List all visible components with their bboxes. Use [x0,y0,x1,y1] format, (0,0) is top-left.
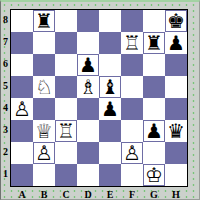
rank-label-7: 7 [1,31,10,53]
piece-black-queen[interactable]: ♛ [165,120,187,142]
square-g4[interactable] [143,98,165,120]
square-h8[interactable]: ♚ [165,10,187,32]
chessboard-frame: 87654321 ABCDEFGH ♜♚♖♜♟♟♘♗♝♙♟♕♖♟♛♙♙♔ [0,0,200,200]
square-g8[interactable] [143,10,165,32]
piece-white-king[interactable]: ♔ [143,164,165,186]
square-e1[interactable] [99,164,121,186]
square-b5[interactable]: ♘ [33,76,55,98]
piece-white-rook[interactable]: ♖ [121,32,143,54]
piece-white-bishop[interactable]: ♗ [77,76,99,98]
square-h3[interactable]: ♛ [165,120,187,142]
square-c2[interactable] [55,142,77,164]
square-b1[interactable] [33,164,55,186]
chess-board: ♜♚♖♜♟♟♘♗♝♙♟♕♖♟♛♙♙♔ [10,9,188,187]
rank-label-2: 2 [1,141,10,163]
square-e4[interactable]: ♟ [99,98,121,120]
file-label-g: G [143,189,165,200]
square-g3[interactable]: ♟ [143,120,165,142]
square-a1[interactable] [11,164,33,186]
square-g2[interactable] [143,142,165,164]
rank-label-4: 4 [1,97,10,119]
square-h4[interactable] [165,98,187,120]
square-b8[interactable]: ♜ [33,10,55,32]
square-f5[interactable] [121,76,143,98]
piece-white-queen[interactable]: ♕ [33,120,55,142]
square-d7[interactable] [77,32,99,54]
square-f6[interactable] [121,54,143,76]
square-d5[interactable]: ♗ [77,76,99,98]
file-label-f: F [121,189,143,200]
square-e6[interactable] [99,54,121,76]
rank-label-5: 5 [1,75,10,97]
square-d8[interactable] [77,10,99,32]
square-h5[interactable] [165,76,187,98]
square-a5[interactable] [11,76,33,98]
square-c8[interactable] [55,10,77,32]
square-h1[interactable] [165,164,187,186]
square-b2[interactable]: ♙ [33,142,55,164]
square-a7[interactable] [11,32,33,54]
square-h2[interactable] [165,142,187,164]
square-g7[interactable]: ♜ [143,32,165,54]
file-label-d: D [77,189,99,200]
square-g1[interactable]: ♔ [143,164,165,186]
rank-label-3: 3 [1,119,10,141]
square-c3[interactable]: ♖ [55,120,77,142]
square-b7[interactable] [33,32,55,54]
square-b3[interactable]: ♕ [33,120,55,142]
square-d1[interactable] [77,164,99,186]
piece-white-rook[interactable]: ♖ [55,120,77,142]
square-f3[interactable] [121,120,143,142]
square-h6[interactable] [165,54,187,76]
square-h7[interactable]: ♟ [165,32,187,54]
piece-black-pawn[interactable]: ♟ [165,32,187,54]
square-f2[interactable]: ♙ [121,142,143,164]
piece-black-bishop[interactable]: ♝ [99,76,121,98]
square-a8[interactable] [11,10,33,32]
square-e7[interactable] [99,32,121,54]
file-label-c: C [55,189,77,200]
square-c4[interactable] [55,98,77,120]
piece-black-rook[interactable]: ♜ [143,32,165,54]
square-f8[interactable] [121,10,143,32]
square-a3[interactable] [11,120,33,142]
piece-black-pawn[interactable]: ♟ [99,98,121,120]
square-a4[interactable]: ♙ [11,98,33,120]
piece-black-king[interactable]: ♚ [165,10,187,32]
piece-black-pawn[interactable]: ♟ [143,120,165,142]
square-c1[interactable] [55,164,77,186]
square-e8[interactable] [99,10,121,32]
square-f1[interactable] [121,164,143,186]
square-d6[interactable]: ♟ [77,54,99,76]
square-a2[interactable] [11,142,33,164]
square-g6[interactable] [143,54,165,76]
square-b4[interactable] [33,98,55,120]
piece-black-pawn[interactable]: ♟ [77,54,99,76]
piece-white-pawn[interactable]: ♙ [121,142,143,164]
square-a6[interactable] [11,54,33,76]
square-f4[interactable] [121,98,143,120]
piece-white-pawn[interactable]: ♙ [11,98,33,120]
square-e2[interactable] [99,142,121,164]
file-label-a: A [11,189,33,200]
square-e3[interactable] [99,120,121,142]
square-c7[interactable] [55,32,77,54]
file-label-e: E [99,189,121,200]
square-g5[interactable] [143,76,165,98]
rank-label-6: 6 [1,53,10,75]
square-e5[interactable]: ♝ [99,76,121,98]
piece-white-knight[interactable]: ♘ [33,76,55,98]
piece-black-rook[interactable]: ♜ [33,10,55,32]
square-d2[interactable] [77,142,99,164]
square-f7[interactable]: ♖ [121,32,143,54]
rank-label-8: 8 [1,9,10,31]
square-d3[interactable] [77,120,99,142]
square-c6[interactable] [55,54,77,76]
square-c5[interactable] [55,76,77,98]
file-label-h: H [165,189,187,200]
piece-white-pawn[interactable]: ♙ [33,142,55,164]
rank-label-1: 1 [1,163,10,185]
file-label-b: B [33,189,55,200]
square-b6[interactable] [33,54,55,76]
square-d4[interactable] [77,98,99,120]
